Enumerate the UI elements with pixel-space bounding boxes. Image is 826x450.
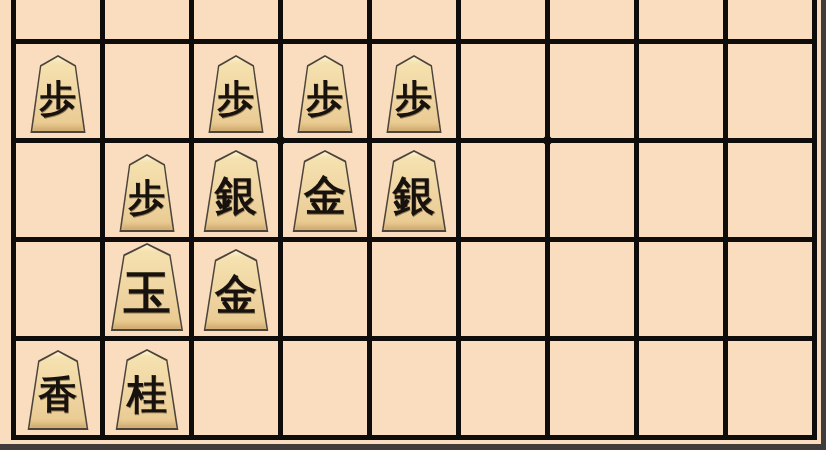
shogi-app-screenshot: 歩歩歩歩歩銀金銀玉金香桂 — [0, 0, 826, 450]
piece-kanji: 歩 — [218, 80, 255, 117]
square-2f[interactable] — [639, 44, 728, 143]
piece-face: 香 — [28, 352, 88, 428]
piece-face: 銀 — [204, 152, 268, 230]
piece-face: 金 — [293, 152, 357, 230]
square-4e[interactable] — [461, 0, 550, 44]
square-7e[interactable] — [194, 0, 283, 44]
square-7g[interactable]: 銀 — [194, 143, 283, 242]
piece-kanji: 桂 — [127, 374, 167, 414]
piece-kanji: 歩 — [40, 80, 77, 117]
square-8i[interactable]: 桂 — [105, 341, 194, 440]
piece-face: 桂 — [116, 351, 178, 428]
square-3h[interactable] — [550, 242, 639, 341]
square-1e[interactable] — [728, 0, 817, 44]
piece-face: 歩 — [387, 57, 441, 131]
piece-face: 金 — [204, 251, 268, 329]
square-2i[interactable] — [639, 341, 728, 440]
square-9i[interactable]: 香 — [16, 341, 105, 440]
piece-kanji: 金 — [215, 274, 257, 316]
piece-face: 歩 — [298, 57, 352, 131]
piece-lance-9i[interactable]: 香 — [26, 350, 90, 430]
piece-kanji: 玉 — [124, 269, 171, 316]
piece-pawn-6f[interactable]: 歩 — [296, 55, 354, 133]
square-9g[interactable] — [16, 143, 105, 242]
square-2e[interactable] — [639, 0, 728, 44]
square-1f[interactable] — [728, 44, 817, 143]
square-4h[interactable] — [461, 242, 550, 341]
square-3i[interactable] — [550, 341, 639, 440]
square-9e[interactable] — [16, 0, 105, 44]
screen-edge-right — [821, 0, 826, 450]
square-6f[interactable]: 歩 — [283, 44, 372, 143]
piece-face: 銀 — [382, 152, 446, 230]
square-3g[interactable] — [550, 143, 639, 242]
square-5h[interactable] — [372, 242, 461, 341]
piece-silver-7g[interactable]: 銀 — [202, 150, 270, 232]
square-6i[interactable] — [283, 341, 372, 440]
piece-kanji: 金 — [304, 175, 346, 217]
square-4f[interactable] — [461, 44, 550, 143]
square-1g[interactable] — [728, 143, 817, 242]
square-5e[interactable] — [372, 0, 461, 44]
square-6h[interactable] — [283, 242, 372, 341]
piece-pawn-7f[interactable]: 歩 — [207, 55, 265, 133]
piece-kanji: 歩 — [129, 179, 166, 216]
piece-kanji: 香 — [39, 375, 78, 414]
piece-face: 玉 — [111, 245, 183, 329]
square-8g[interactable]: 歩 — [105, 143, 194, 242]
square-9h[interactable] — [16, 242, 105, 341]
square-2g[interactable] — [639, 143, 728, 242]
square-7i[interactable] — [194, 341, 283, 440]
square-8e[interactable] — [105, 0, 194, 44]
square-7f[interactable]: 歩 — [194, 44, 283, 143]
square-8h[interactable]: 玉 — [105, 242, 194, 341]
square-1h[interactable] — [728, 242, 817, 341]
piece-gold-6g[interactable]: 金 — [291, 150, 359, 232]
piece-kanji: 歩 — [307, 80, 344, 117]
piece-kanji: 歩 — [396, 80, 433, 117]
square-3e[interactable] — [550, 0, 639, 44]
piece-pawn-5f[interactable]: 歩 — [385, 55, 443, 133]
square-2h[interactable] — [639, 242, 728, 341]
square-8f[interactable] — [105, 44, 194, 143]
piece-pawn-8g[interactable]: 歩 — [118, 154, 176, 232]
screen-edge-bottom — [0, 444, 826, 450]
square-3f[interactable] — [550, 44, 639, 143]
square-5g[interactable]: 銀 — [372, 143, 461, 242]
piece-king-8h[interactable]: 玉 — [109, 243, 185, 331]
square-5f[interactable]: 歩 — [372, 44, 461, 143]
square-4i[interactable] — [461, 341, 550, 440]
piece-pawn-9f[interactable]: 歩 — [29, 55, 87, 133]
piece-face: 歩 — [31, 57, 85, 131]
piece-face: 歩 — [209, 57, 263, 131]
square-6e[interactable] — [283, 0, 372, 44]
square-5i[interactable] — [372, 341, 461, 440]
square-9f[interactable]: 歩 — [16, 44, 105, 143]
square-1i[interactable] — [728, 341, 817, 440]
piece-kanji: 銀 — [393, 175, 435, 217]
square-4g[interactable] — [461, 143, 550, 242]
shogi-board: 歩歩歩歩歩銀金銀玉金香桂 — [11, 0, 817, 440]
piece-kanji: 銀 — [215, 175, 257, 217]
piece-silver-5g[interactable]: 銀 — [380, 150, 448, 232]
square-7h[interactable]: 金 — [194, 242, 283, 341]
piece-knight-8i[interactable]: 桂 — [114, 349, 180, 430]
piece-face: 歩 — [120, 156, 174, 230]
piece-gold-7h[interactable]: 金 — [202, 249, 270, 331]
square-6g[interactable]: 金 — [283, 143, 372, 242]
